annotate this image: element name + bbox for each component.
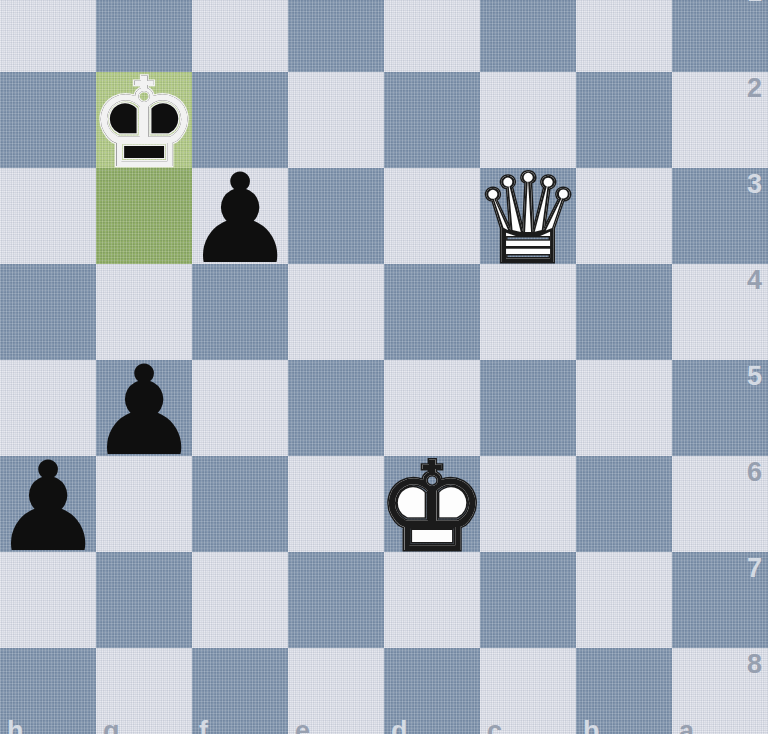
rank-label-6: 6 bbox=[747, 459, 762, 486]
square-a4[interactable]: 4 bbox=[672, 264, 768, 360]
black-pawn[interactable]: ♟ bbox=[192, 168, 288, 264]
square-a8[interactable]: 8a bbox=[672, 648, 768, 734]
square-b2[interactable] bbox=[576, 72, 672, 168]
white-king[interactable]: ♚♔ bbox=[384, 456, 480, 552]
square-f8[interactable]: f bbox=[192, 648, 288, 734]
square-c4[interactable] bbox=[480, 264, 576, 360]
square-h4[interactable] bbox=[0, 264, 96, 360]
square-e8[interactable]: e bbox=[288, 648, 384, 734]
square-f6[interactable] bbox=[192, 456, 288, 552]
square-d8[interactable]: d bbox=[384, 648, 480, 734]
square-a6[interactable]: 6 bbox=[672, 456, 768, 552]
file-label-f: f bbox=[199, 718, 208, 734]
rank-label-5: 5 bbox=[747, 363, 762, 390]
file-label-d: d bbox=[391, 718, 408, 734]
square-d3[interactable] bbox=[384, 168, 480, 264]
square-e7[interactable] bbox=[288, 552, 384, 648]
rank-label-8: 8 bbox=[747, 651, 762, 678]
square-c7[interactable] bbox=[480, 552, 576, 648]
rank-label-3: 3 bbox=[747, 171, 762, 198]
square-a5[interactable]: 5 bbox=[672, 360, 768, 456]
rank-label-1: 1 bbox=[747, 0, 762, 6]
square-h1[interactable] bbox=[0, 0, 96, 72]
square-a7[interactable]: 7 bbox=[672, 552, 768, 648]
black-king-detail: ♔ bbox=[96, 75, 192, 171]
white-king-detail: ♔ bbox=[384, 459, 480, 555]
square-b5[interactable] bbox=[576, 360, 672, 456]
chess-board: 1♚♔2♟♛♕34♟5♟♚♔67hgfedcb8a bbox=[0, 0, 768, 734]
black-pawn-glyph: ♟ bbox=[96, 363, 192, 459]
square-b1[interactable] bbox=[576, 0, 672, 72]
square-c8[interactable]: c bbox=[480, 648, 576, 734]
square-e2[interactable] bbox=[288, 72, 384, 168]
square-h7[interactable] bbox=[0, 552, 96, 648]
square-e6[interactable] bbox=[288, 456, 384, 552]
square-a1[interactable]: 1 bbox=[672, 0, 768, 72]
square-c5[interactable] bbox=[480, 360, 576, 456]
rank-label-4: 4 bbox=[747, 267, 762, 294]
square-d7[interactable] bbox=[384, 552, 480, 648]
black-pawn[interactable]: ♟ bbox=[96, 360, 192, 456]
square-d6[interactable]: ♚♔ bbox=[384, 456, 480, 552]
square-d1[interactable] bbox=[384, 0, 480, 72]
square-e3[interactable] bbox=[288, 168, 384, 264]
square-b3[interactable] bbox=[576, 168, 672, 264]
file-label-a: a bbox=[679, 718, 694, 734]
square-b6[interactable] bbox=[576, 456, 672, 552]
square-g2[interactable]: ♚♔ bbox=[96, 72, 192, 168]
square-e1[interactable] bbox=[288, 0, 384, 72]
square-g6[interactable] bbox=[96, 456, 192, 552]
file-label-g: g bbox=[103, 718, 120, 734]
square-b7[interactable] bbox=[576, 552, 672, 648]
black-pawn[interactable]: ♟ bbox=[0, 456, 96, 552]
black-pawn-glyph: ♟ bbox=[192, 171, 288, 267]
file-label-e: e bbox=[295, 718, 310, 734]
square-f1[interactable] bbox=[192, 0, 288, 72]
square-f5[interactable] bbox=[192, 360, 288, 456]
square-d4[interactable] bbox=[384, 264, 480, 360]
square-f4[interactable] bbox=[192, 264, 288, 360]
board-viewport: 1♚♔2♟♛♕34♟5♟♚♔67hgfedcb8a bbox=[0, 0, 768, 734]
rank-label-2: 2 bbox=[747, 75, 762, 102]
square-f7[interactable] bbox=[192, 552, 288, 648]
square-h6[interactable]: ♟ bbox=[0, 456, 96, 552]
square-g3[interactable] bbox=[96, 168, 192, 264]
square-d2[interactable] bbox=[384, 72, 480, 168]
square-a3[interactable]: 3 bbox=[672, 168, 768, 264]
square-h3[interactable] bbox=[0, 168, 96, 264]
white-queen-detail: ♕ bbox=[480, 171, 576, 267]
square-a2[interactable]: 2 bbox=[672, 72, 768, 168]
white-queen[interactable]: ♛♕ bbox=[480, 168, 576, 264]
black-pawn-glyph: ♟ bbox=[0, 459, 96, 555]
square-b8[interactable]: b bbox=[576, 648, 672, 734]
square-e4[interactable] bbox=[288, 264, 384, 360]
file-label-h: h bbox=[7, 718, 24, 734]
black-king[interactable]: ♚♔ bbox=[96, 72, 192, 168]
square-c3[interactable]: ♛♕ bbox=[480, 168, 576, 264]
square-c1[interactable] bbox=[480, 0, 576, 72]
file-label-c: c bbox=[487, 718, 502, 734]
square-h8[interactable]: h bbox=[0, 648, 96, 734]
square-g5[interactable]: ♟ bbox=[96, 360, 192, 456]
file-label-b: b bbox=[583, 718, 600, 734]
square-e5[interactable] bbox=[288, 360, 384, 456]
square-g7[interactable] bbox=[96, 552, 192, 648]
square-f3[interactable]: ♟ bbox=[192, 168, 288, 264]
square-b4[interactable] bbox=[576, 264, 672, 360]
square-g8[interactable]: g bbox=[96, 648, 192, 734]
square-c6[interactable] bbox=[480, 456, 576, 552]
rank-label-7: 7 bbox=[747, 555, 762, 582]
square-h2[interactable] bbox=[0, 72, 96, 168]
